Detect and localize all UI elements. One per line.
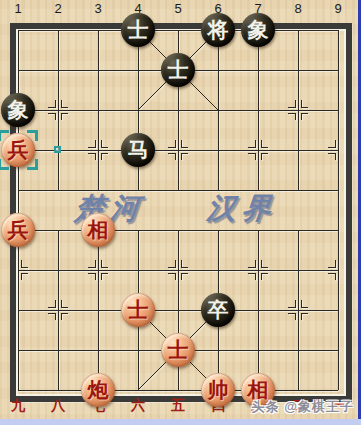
piece-black-马[interactable]: 马 — [121, 133, 155, 167]
piece-character: 士 — [168, 336, 189, 364]
piece-red-炮[interactable]: 炮 — [81, 373, 115, 407]
piece-black-象[interactable]: 象 — [241, 13, 275, 47]
river-text-right: 汉界 — [205, 190, 279, 226]
piece-red-兵[interactable]: 兵 — [1, 133, 35, 167]
piece-red-相[interactable]: 相 — [81, 213, 115, 247]
piece-red-帅[interactable]: 帅 — [201, 373, 235, 407]
piece-black-将[interactable]: 将 — [201, 13, 235, 47]
piece-red-士[interactable]: 士 — [121, 293, 155, 327]
piece-character: 士 — [128, 296, 149, 324]
file-label-bottom-5: 五 — [171, 397, 185, 413]
file-label-bottom-2: 八 — [51, 397, 65, 413]
file-label-bottom-4: 六 — [131, 397, 145, 413]
file-label-top-3: 3 — [94, 1, 101, 16]
piece-character: 士 — [168, 56, 189, 84]
file-label-bottom-1: 九 — [11, 397, 25, 413]
piece-character: 兵 — [8, 216, 29, 244]
file-label-top-1: 1 — [14, 1, 21, 16]
piece-character: 卒 — [208, 296, 229, 324]
piece-character: 将 — [208, 16, 229, 44]
piece-red-士[interactable]: 士 — [161, 333, 195, 367]
piece-black-象[interactable]: 象 — [1, 93, 35, 127]
file-label-top-2: 2 — [54, 1, 61, 16]
file-label-top-9: 9 — [334, 1, 341, 16]
piece-character: 象 — [8, 96, 29, 124]
file-label-top-5: 5 — [174, 1, 181, 16]
file-label-top-8: 8 — [294, 1, 301, 16]
piece-black-士[interactable]: 士 — [161, 53, 195, 87]
piece-character: 马 — [128, 136, 149, 164]
piece-character: 相 — [88, 216, 109, 244]
piece-character: 象 — [248, 16, 269, 44]
watermark: 头条 @象棋王子 — [252, 398, 354, 416]
move-target-marker[interactable] — [54, 146, 61, 153]
piece-character: 士 — [128, 16, 149, 44]
piece-black-卒[interactable]: 卒 — [201, 293, 235, 327]
piece-character: 炮 — [88, 376, 109, 404]
piece-character: 帅 — [208, 376, 229, 404]
bottom-edge-strip — [0, 419, 361, 425]
xiangqi-board-app: 123456789 九八七六五四三二一 楚河 汉界 士将象士象马兵兵相士卒士炮帅… — [0, 0, 361, 425]
piece-black-士[interactable]: 士 — [121, 13, 155, 47]
piece-red-兵[interactable]: 兵 — [1, 213, 35, 247]
piece-character: 兵 — [8, 136, 29, 164]
